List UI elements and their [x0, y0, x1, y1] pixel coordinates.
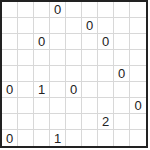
- clue-cell-r9c1: 0: [2, 130, 18, 146]
- cell-r5c7[interactable]: [98, 66, 114, 82]
- cell-r1c9[interactable]: [130, 2, 146, 18]
- cell-r9c5[interactable]: [66, 130, 82, 146]
- cell-r5c1[interactable]: [2, 66, 18, 82]
- cell-r3c5[interactable]: [66, 34, 82, 50]
- cell-r2c8[interactable]: [114, 18, 130, 34]
- cell-r9c7[interactable]: [98, 130, 114, 146]
- cell-r3c9[interactable]: [130, 34, 146, 50]
- cell-r4c8[interactable]: [114, 50, 130, 66]
- clue-cell-r3c7: 0: [98, 34, 114, 50]
- cell-r9c2[interactable]: [18, 130, 34, 146]
- cell-r8c2[interactable]: [18, 114, 34, 130]
- puzzle-board: 000000100201: [0, 0, 148, 148]
- cell-r9c8[interactable]: [114, 130, 130, 146]
- cell-r4c2[interactable]: [18, 50, 34, 66]
- cell-r2c2[interactable]: [18, 18, 34, 34]
- cell-r1c2[interactable]: [18, 2, 34, 18]
- cell-r3c8[interactable]: [114, 34, 130, 50]
- cell-r5c5[interactable]: [66, 66, 82, 82]
- clue-cell-r1c4: 0: [50, 2, 66, 18]
- cell-r9c3[interactable]: [34, 130, 50, 146]
- cell-r1c3[interactable]: [34, 2, 50, 18]
- cell-r8c9[interactable]: [130, 114, 146, 130]
- cell-r4c1[interactable]: [2, 50, 18, 66]
- cell-r5c4[interactable]: [50, 66, 66, 82]
- cell-r2c7[interactable]: [98, 18, 114, 34]
- clue-cell-r2c6: 0: [82, 18, 98, 34]
- cell-r4c4[interactable]: [50, 50, 66, 66]
- cell-r5c2[interactable]: [18, 66, 34, 82]
- clue-cell-r6c3: 1: [34, 82, 50, 98]
- clue-cell-r9c4: 1: [50, 130, 66, 146]
- cell-r7c4[interactable]: [50, 98, 66, 114]
- cell-r2c4[interactable]: [50, 18, 66, 34]
- cell-r2c9[interactable]: [130, 18, 146, 34]
- cell-r8c5[interactable]: [66, 114, 82, 130]
- cell-r8c8[interactable]: [114, 114, 130, 130]
- cell-r7c5[interactable]: [66, 98, 82, 114]
- cell-r6c8[interactable]: [114, 82, 130, 98]
- cell-r6c4[interactable]: [50, 82, 66, 98]
- cell-r9c9[interactable]: [130, 130, 146, 146]
- cell-r7c2[interactable]: [18, 98, 34, 114]
- cell-r7c3[interactable]: [34, 98, 50, 114]
- cell-r4c5[interactable]: [66, 50, 82, 66]
- cell-r8c3[interactable]: [34, 114, 50, 130]
- cell-r9c6[interactable]: [82, 130, 98, 146]
- clue-cell-r3c3: 0: [34, 34, 50, 50]
- cell-r1c7[interactable]: [98, 2, 114, 18]
- cell-r3c4[interactable]: [50, 34, 66, 50]
- cell-r7c6[interactable]: [82, 98, 98, 114]
- cell-r5c3[interactable]: [34, 66, 50, 82]
- cell-r1c1[interactable]: [2, 2, 18, 18]
- cell-r1c6[interactable]: [82, 2, 98, 18]
- cell-r5c9[interactable]: [130, 66, 146, 82]
- cell-r6c6[interactable]: [82, 82, 98, 98]
- cell-r3c6[interactable]: [82, 34, 98, 50]
- cell-r7c1[interactable]: [2, 98, 18, 114]
- cell-r3c2[interactable]: [18, 34, 34, 50]
- cell-r6c7[interactable]: [98, 82, 114, 98]
- clue-cell-r5c8: 0: [114, 66, 130, 82]
- cell-r7c8[interactable]: [114, 98, 130, 114]
- cell-r3c1[interactable]: [2, 34, 18, 50]
- cell-r8c6[interactable]: [82, 114, 98, 130]
- cell-r4c3[interactable]: [34, 50, 50, 66]
- clue-cell-r6c5: 0: [66, 82, 82, 98]
- cell-r8c4[interactable]: [50, 114, 66, 130]
- cell-r2c5[interactable]: [66, 18, 82, 34]
- clue-cell-r8c7: 2: [98, 114, 114, 130]
- cell-r1c8[interactable]: [114, 2, 130, 18]
- cell-r6c2[interactable]: [18, 82, 34, 98]
- clue-cell-r6c1: 0: [2, 82, 18, 98]
- cell-r4c7[interactable]: [98, 50, 114, 66]
- cell-r2c1[interactable]: [2, 18, 18, 34]
- cell-r5c6[interactable]: [82, 66, 98, 82]
- cell-r1c5[interactable]: [66, 2, 82, 18]
- cell-r4c9[interactable]: [130, 50, 146, 66]
- cell-r6c9[interactable]: [130, 82, 146, 98]
- cell-r8c1[interactable]: [2, 114, 18, 130]
- cell-r7c7[interactable]: [98, 98, 114, 114]
- clue-cell-r7c9: 0: [130, 98, 146, 114]
- cell-r4c6[interactable]: [82, 50, 98, 66]
- cell-r2c3[interactable]: [34, 18, 50, 34]
